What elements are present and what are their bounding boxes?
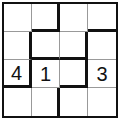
grid-cell-r4c2[interactable] — [32, 88, 60, 116]
grid-cell-r2c4[interactable] — [88, 32, 116, 60]
given-digit: 1 — [40, 64, 51, 84]
grid-cell-r3c3[interactable] — [60, 60, 88, 88]
given-digit: 4 — [11, 63, 22, 83]
grid-cell-r3c2[interactable]: 1 — [32, 60, 60, 88]
grid-cell-r3c4[interactable]: 3 — [88, 60, 116, 88]
grid-cell-r4c3[interactable] — [60, 88, 88, 116]
grid-cell-r2c2[interactable] — [32, 32, 60, 60]
sudoku-board: 413 — [2, 2, 118, 118]
grid-cell-r4c1[interactable] — [4, 88, 32, 116]
grid-cell-r1c3[interactable] — [60, 4, 88, 32]
grid-cell-r4c4[interactable] — [88, 88, 116, 116]
grid-cell-r2c1[interactable] — [4, 32, 32, 60]
given-digit: 3 — [96, 64, 107, 84]
grid-cell-r1c2[interactable] — [32, 4, 60, 32]
grid-cell-r3c1[interactable]: 4 — [4, 60, 32, 88]
grid-cell-r1c1[interactable] — [4, 4, 32, 32]
grid-cell-r1c4[interactable] — [88, 4, 116, 32]
grid-cell-r2c3[interactable] — [60, 32, 88, 60]
